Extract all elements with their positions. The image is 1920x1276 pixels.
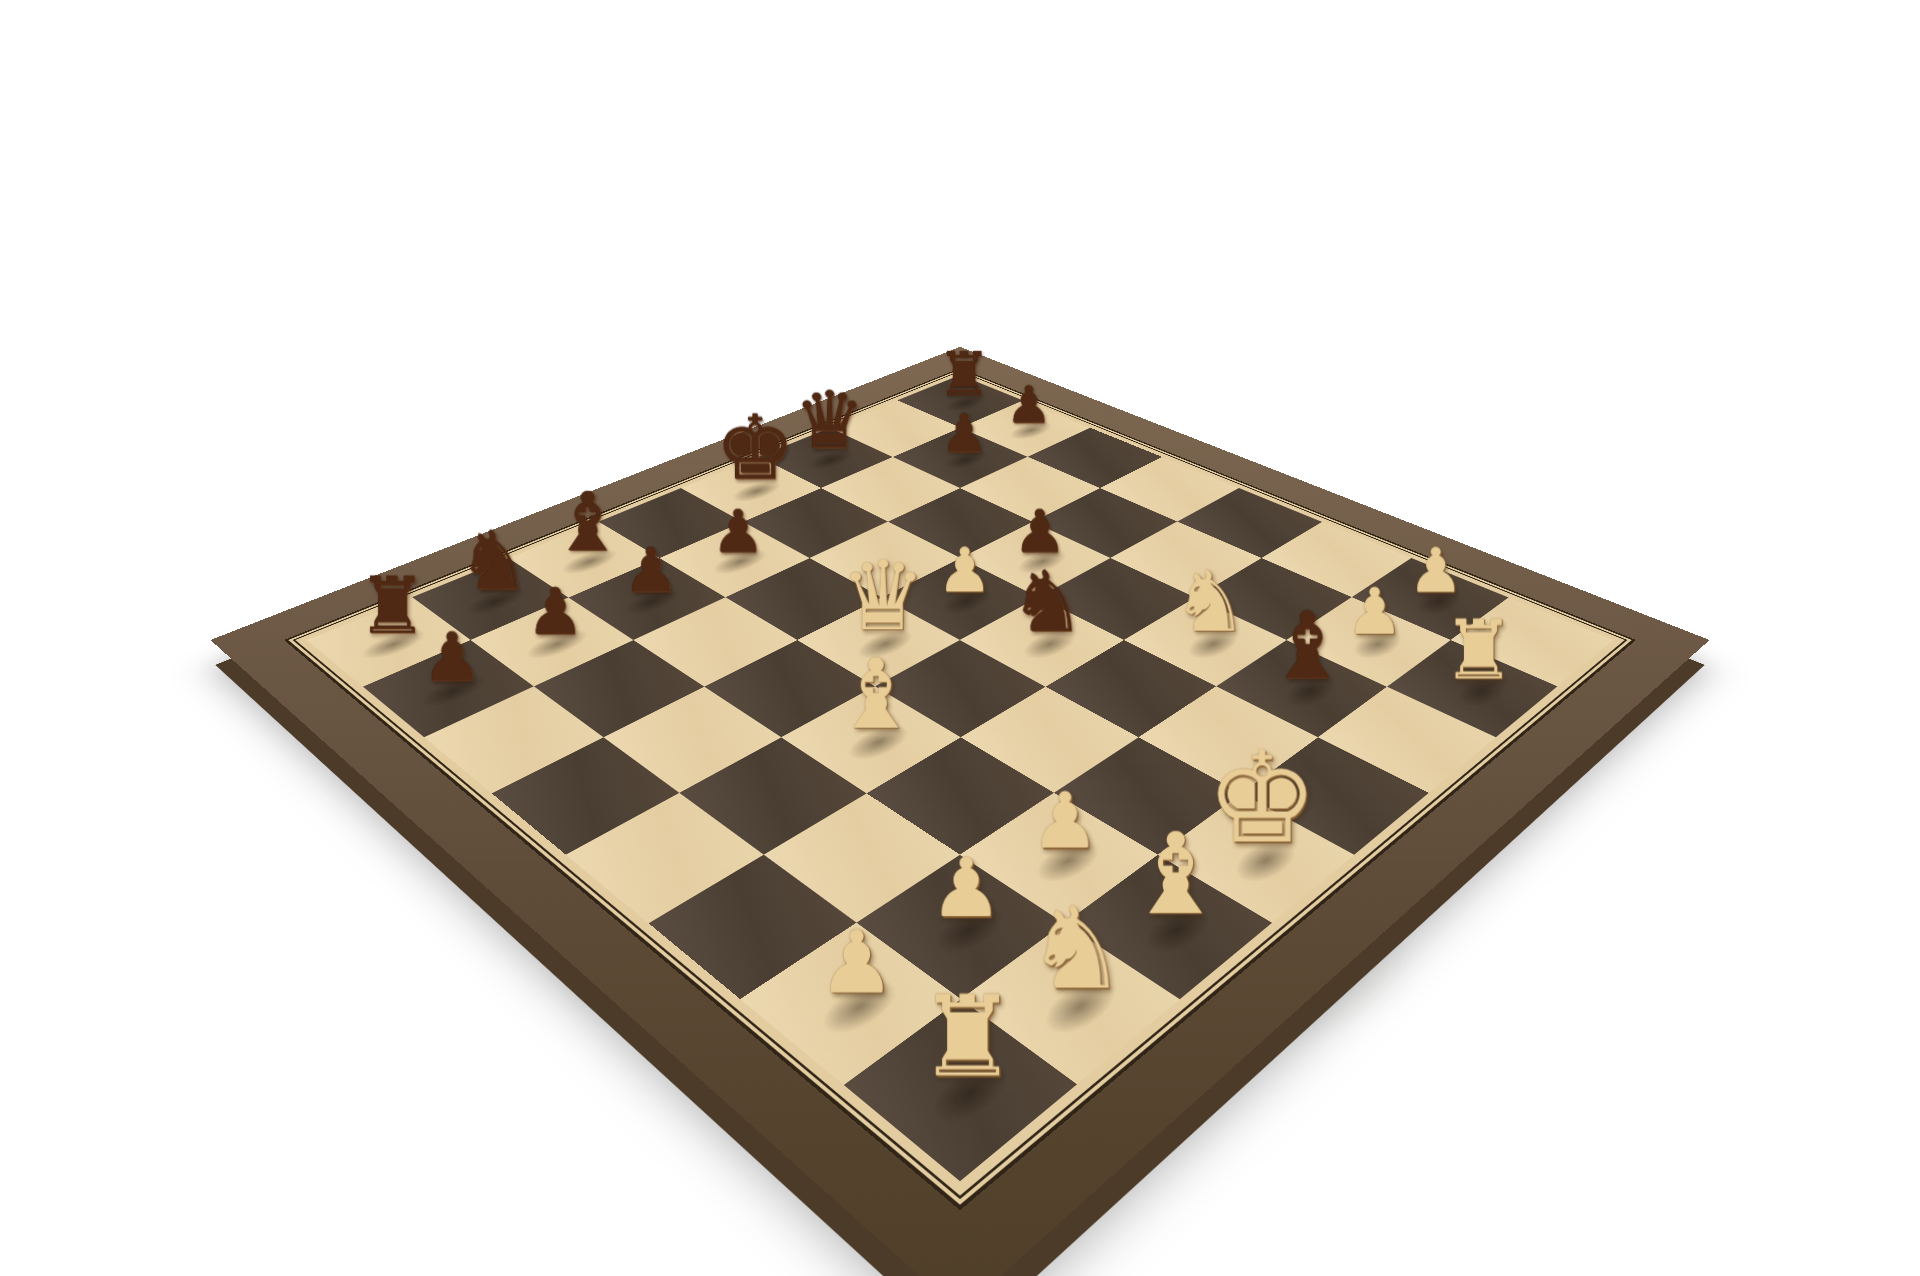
black-pawn[interactable]: ♟ <box>422 626 482 690</box>
black-pawn[interactable]: ♟ <box>712 504 765 560</box>
white-queen[interactable]: ♛ <box>840 551 926 642</box>
black-king[interactable]: ♚ <box>715 406 795 491</box>
white-bishop[interactable]: ♝ <box>833 649 920 741</box>
white-knight[interactable]: ♞ <box>1173 563 1249 643</box>
black-rook[interactable]: ♜ <box>937 345 991 402</box>
black-pawn[interactable]: ♟ <box>527 582 585 643</box>
white-rook[interactable]: ♜ <box>917 984 1017 1090</box>
black-bishop[interactable]: ♝ <box>1266 602 1349 690</box>
black-pawn[interactable]: ♟ <box>1006 381 1052 429</box>
white-knight[interactable]: ♞ <box>1026 896 1128 1004</box>
black-pawn[interactable]: ♟ <box>940 408 987 458</box>
white-pawn[interactable]: ♟ <box>930 850 1003 928</box>
black-rook[interactable]: ♜ <box>357 568 427 642</box>
white-pawn[interactable]: ♟ <box>818 922 895 1004</box>
white-pawn[interactable]: ♟ <box>937 541 992 599</box>
black-knight[interactable]: ♞ <box>1009 563 1085 643</box>
white-pawn[interactable]: ♟ <box>1408 541 1463 599</box>
white-bishop[interactable]: ♝ <box>1124 821 1225 928</box>
black-queen[interactable]: ♛ <box>794 383 865 458</box>
product-photo-stage: ♜♞♝♚♛♜♟♟♟♟♟♟♛♟♟♝♞♞♟♟♟♝♟♟♜♞♝♚♜ <box>0 0 1920 1276</box>
white-rook[interactable]: ♜ <box>1442 612 1515 690</box>
black-pawn[interactable]: ♟ <box>623 541 678 599</box>
white-pawn[interactable]: ♟ <box>1346 582 1404 643</box>
board-walnut-frame: ♜♞♝♚♛♜♟♟♟♟♟♟♛♟♟♝♞♞♟♟♟♝♟♟♜♞♝♚♜ <box>210 347 1709 1276</box>
chess-board: ♜♞♝♚♛♜♟♟♟♟♟♟♛♟♟♝♞♞♟♟♟♝♟♟♜♞♝♚♜ <box>210 347 1709 1276</box>
black-knight[interactable]: ♞ <box>457 523 529 600</box>
white-pawn[interactable]: ♟ <box>1030 785 1099 859</box>
black-bishop[interactable]: ♝ <box>551 483 624 560</box>
